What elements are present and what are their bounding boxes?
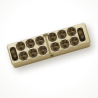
store-glint (13, 54, 17, 58)
clasp-icon (50, 54, 54, 57)
seed (50, 36, 55, 40)
seed (60, 33, 65, 37)
seed (18, 45, 23, 49)
store-glint (80, 35, 84, 39)
pit-top-1[interactable] (15, 41, 26, 52)
pit-top-4[interactable] (47, 32, 58, 43)
seed (21, 55, 26, 59)
store-glint (78, 30, 81, 33)
seed (28, 43, 33, 47)
seed (62, 43, 67, 47)
pit-top-5[interactable] (56, 29, 67, 40)
photo-background (0, 0, 98, 98)
pit-top-2[interactable] (25, 38, 36, 49)
seed (40, 49, 45, 53)
mancala-board (6, 22, 92, 69)
seed (37, 40, 42, 44)
pit-top-3[interactable] (34, 35, 45, 46)
seed (72, 40, 77, 44)
store-glint (11, 50, 14, 53)
seed (53, 46, 58, 50)
seed (69, 31, 74, 35)
pit-top-6[interactable] (66, 26, 77, 37)
seed (31, 52, 36, 56)
